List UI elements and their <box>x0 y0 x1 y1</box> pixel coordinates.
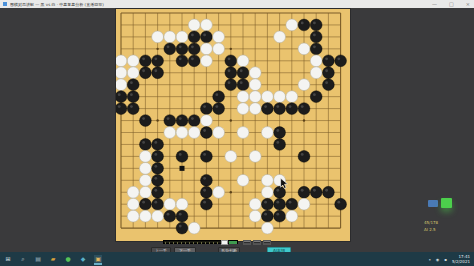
maximize-button[interactable]: □ <box>449 1 454 7</box>
taskbar-icon-teal-app[interactable]: ◆ <box>79 255 87 263</box>
taskbar-icon-folder[interactable]: ▰ <box>49 255 57 263</box>
ai-score-label: AI 2.5 <box>424 227 458 232</box>
move-scrubber[interactable] <box>163 240 238 244</box>
mini-nav-button-3[interactable] <box>263 240 271 245</box>
move-counter-label: 45/178 <box>424 220 458 225</box>
close-button[interactable]: × <box>466 1 470 7</box>
blue-tool-button[interactable] <box>428 200 438 207</box>
scrubber-progress <box>229 241 237 244</box>
mini-nav-button-2[interactable] <box>253 240 261 245</box>
mini-nav-buttons <box>243 240 271 245</box>
scrubber-thumb[interactable] <box>221 240 228 245</box>
go-board[interactable] <box>116 9 350 241</box>
desktop-screen: 围棋对局讲解 — 黑 vs 白 · 中盘复盘分析 (直播回放) — □ × 上一… <box>0 0 474 266</box>
go-board-grid <box>116 9 350 241</box>
minimize-button[interactable]: — <box>432 1 437 7</box>
taskbar-clock[interactable]: 17:415/2/2021 <box>452 254 470 264</box>
scrubber-ticks <box>165 242 221 244</box>
window-controls: — □ × <box>432 0 470 8</box>
tray-network-icon[interactable]: ▪ <box>444 257 447 262</box>
taskbar-icon-search[interactable]: ⌕ <box>19 255 27 263</box>
taskbar-tray: ⏸ ◉ ▪ 17:415/2/2021 <box>429 254 470 264</box>
window-title: 围棋对局讲解 — 黑 vs 白 · 中盘复盘分析 (直播回放) <box>10 2 340 7</box>
tray-pause-icon[interactable]: ⏸ <box>429 257 431 262</box>
side-controls: 45/178 AI 2.5 <box>424 195 470 237</box>
taskbar: ⊞⌕▤▰●◆▣ ⏸ ◉ ▪ 17:415/2/2021 <box>0 252 474 266</box>
taskbar-icons: ⊞⌕▤▰●◆▣ <box>4 255 102 263</box>
mini-nav-button-1[interactable] <box>243 240 251 245</box>
window-titlebar: 围棋对局讲解 — 黑 vs 白 · 中盘复盘分析 (直播回放) — □ × <box>0 0 474 8</box>
taskbar-icon-active-app[interactable]: ▣ <box>94 255 102 263</box>
tray-record-icon[interactable]: ◉ <box>436 257 440 262</box>
app-icon <box>3 2 7 6</box>
taskbar-icon-files[interactable]: ▤ <box>34 255 42 263</box>
green-tool-button[interactable] <box>441 198 452 208</box>
taskbar-icon-start[interactable]: ⊞ <box>4 255 12 263</box>
taskbar-icon-green-app[interactable]: ● <box>64 255 72 263</box>
